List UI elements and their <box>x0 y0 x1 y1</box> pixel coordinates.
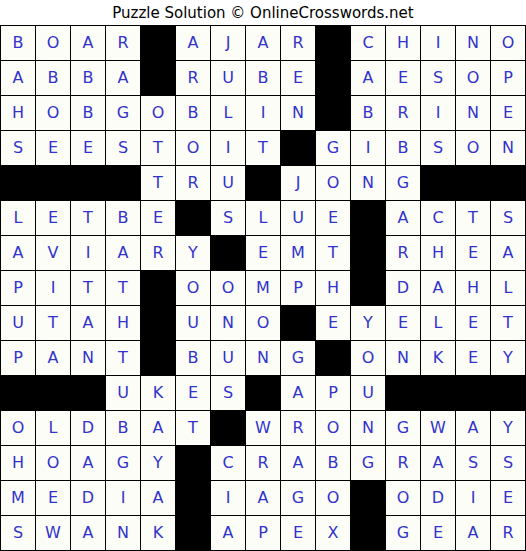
grid-cell: S <box>421 131 455 165</box>
black-cell <box>176 481 210 515</box>
grid-cell: U <box>176 306 210 340</box>
grid-cell: U <box>351 376 385 410</box>
grid-cell: O <box>211 271 245 305</box>
grid-cell: U <box>211 341 245 375</box>
grid-cell: O <box>176 271 210 305</box>
grid-cell: T <box>491 306 525 340</box>
grid-cell: L <box>36 411 70 445</box>
grid-cell: T <box>246 131 280 165</box>
grid-cell: Y <box>491 341 525 375</box>
grid-cell: A <box>281 446 315 480</box>
grid-cell: K <box>141 516 175 550</box>
grid-cell: B <box>316 446 350 480</box>
grid-cell: X <box>316 516 350 550</box>
grid-cell: A <box>141 481 175 515</box>
grid-cell: U <box>106 376 140 410</box>
grid-cell: L <box>211 96 245 130</box>
grid-cell: O <box>176 131 210 165</box>
black-cell <box>351 516 385 550</box>
black-cell <box>176 446 210 480</box>
black-cell <box>36 376 70 410</box>
grid-cell: T <box>106 341 140 375</box>
grid-cell: B <box>176 341 210 375</box>
grid-cell: A <box>1 236 35 270</box>
black-cell <box>421 376 455 410</box>
grid-cell: A <box>71 516 105 550</box>
grid-cell: H <box>386 26 420 60</box>
grid-cell: A <box>36 341 70 375</box>
grid-cell: R <box>246 446 280 480</box>
grid-cell: E <box>456 306 490 340</box>
grid-cell: O <box>456 61 490 95</box>
grid-cell: I <box>71 236 105 270</box>
grid-cell: N <box>351 411 385 445</box>
grid-cell: D <box>71 481 105 515</box>
grid-cell: U <box>211 61 245 95</box>
grid-cell: K <box>421 341 455 375</box>
grid-cell: N <box>456 26 490 60</box>
grid-cell: R <box>176 61 210 95</box>
grid-cell: I <box>36 271 70 305</box>
grid-cell: I <box>106 481 140 515</box>
grid-cell: T <box>36 306 70 340</box>
black-cell <box>491 166 525 200</box>
grid-cell: A <box>421 446 455 480</box>
black-cell <box>176 516 210 550</box>
grid-cell: S <box>456 446 490 480</box>
grid-cell: O <box>316 166 350 200</box>
black-cell <box>36 166 70 200</box>
grid-cell: E <box>281 61 315 95</box>
black-cell <box>351 201 385 235</box>
grid-cell: L <box>1 201 35 235</box>
grid-cell: T <box>141 131 175 165</box>
page-title: Puzzle Solution © OnlineCrosswords.net <box>0 0 526 25</box>
grid-cell: R <box>281 26 315 60</box>
grid-cell: W <box>36 516 70 550</box>
grid-cell: J <box>281 166 315 200</box>
grid-cell: S <box>211 201 245 235</box>
grid-cell: E <box>36 481 70 515</box>
grid-cell: E <box>491 96 525 130</box>
grid-cell: Y <box>141 446 175 480</box>
grid-cell: E <box>491 481 525 515</box>
grid-cell: B <box>71 61 105 95</box>
black-cell <box>246 166 280 200</box>
grid-cell: E <box>36 201 70 235</box>
grid-cell: A <box>1 61 35 95</box>
grid-cell: E <box>316 306 350 340</box>
black-cell <box>386 376 420 410</box>
grid-cell: A <box>456 411 490 445</box>
grid-cell: A <box>281 376 315 410</box>
grid-cell: T <box>71 271 105 305</box>
grid-cell: A <box>141 411 175 445</box>
grid-cell: L <box>246 201 280 235</box>
grid-cell: A <box>456 516 490 550</box>
black-cell <box>211 236 245 270</box>
grid-cell: R <box>106 26 140 60</box>
grid-cell: E <box>246 236 280 270</box>
grid-cell: S <box>1 131 35 165</box>
grid-cell: W <box>421 411 455 445</box>
grid-cell: N <box>106 516 140 550</box>
black-cell <box>421 166 455 200</box>
grid-cell: G <box>281 341 315 375</box>
black-cell <box>141 271 175 305</box>
grid-cell: G <box>351 446 385 480</box>
black-cell <box>71 376 105 410</box>
grid-cell: O <box>456 131 490 165</box>
grid-cell: N <box>491 131 525 165</box>
grid-cell: A <box>176 26 210 60</box>
grid-cell: A <box>491 236 525 270</box>
grid-cell: R <box>386 446 420 480</box>
grid-cell: E <box>281 516 315 550</box>
grid-cell: E <box>71 131 105 165</box>
grid-cell: S <box>491 446 525 480</box>
grid-cell: O <box>141 96 175 130</box>
grid-cell: U <box>1 306 35 340</box>
grid-cell: C <box>211 446 245 480</box>
grid-cell: S <box>421 61 455 95</box>
grid-cell: G <box>386 516 420 550</box>
grid-cell: D <box>421 481 455 515</box>
grid-cell: B <box>71 96 105 130</box>
grid-cell: R <box>491 516 525 550</box>
grid-cell: I <box>246 96 280 130</box>
grid-cell: I <box>211 481 245 515</box>
grid-cell: O <box>351 341 385 375</box>
grid-cell: R <box>281 411 315 445</box>
black-cell <box>1 166 35 200</box>
grid-cell: V <box>36 236 70 270</box>
black-cell <box>141 306 175 340</box>
grid-cell: M <box>246 271 280 305</box>
grid-cell: A <box>246 481 280 515</box>
grid-cell: O <box>36 26 70 60</box>
grid-cell: S <box>491 201 525 235</box>
grid-cell: B <box>351 96 385 130</box>
grid-cell: D <box>386 271 420 305</box>
black-cell <box>141 341 175 375</box>
grid-cell: E <box>456 341 490 375</box>
grid-cell: A <box>386 201 420 235</box>
grid-cell: T <box>141 166 175 200</box>
grid-cell: N <box>281 96 315 130</box>
grid-cell: S <box>211 376 245 410</box>
grid-cell: M <box>1 481 35 515</box>
grid-cell: I <box>456 481 490 515</box>
grid-cell: A <box>106 61 140 95</box>
grid-cell: R <box>386 96 420 130</box>
grid-cell: K <box>141 376 175 410</box>
black-cell <box>456 166 490 200</box>
black-cell <box>141 26 175 60</box>
grid-cell: E <box>176 376 210 410</box>
grid-cell: B <box>176 96 210 130</box>
black-cell <box>316 96 350 130</box>
grid-cell: A <box>211 516 245 550</box>
grid-cell: O <box>386 481 420 515</box>
grid-cell: O <box>1 411 35 445</box>
grid-cell: T <box>316 236 350 270</box>
grid-cell: A <box>71 306 105 340</box>
grid-cell: G <box>386 411 420 445</box>
grid-cell: T <box>106 271 140 305</box>
grid-cell: E <box>421 516 455 550</box>
grid-cell: N <box>456 96 490 130</box>
black-cell <box>456 376 490 410</box>
grid-cell: Y <box>351 306 385 340</box>
grid-cell: E <box>456 236 490 270</box>
grid-cell: P <box>1 341 35 375</box>
grid-cell: Y <box>176 236 210 270</box>
black-cell <box>246 376 280 410</box>
black-cell <box>316 341 350 375</box>
grid-cell: B <box>246 61 280 95</box>
grid-cell: R <box>176 166 210 200</box>
grid-cell: U <box>281 201 315 235</box>
grid-cell: H <box>316 271 350 305</box>
grid-cell: N <box>71 341 105 375</box>
grid-cell: S <box>1 516 35 550</box>
grid-cell: S <box>106 131 140 165</box>
black-cell <box>141 61 175 95</box>
grid-cell: I <box>421 96 455 130</box>
grid-cell: L <box>421 306 455 340</box>
black-cell <box>491 376 525 410</box>
grid-cell: A <box>421 271 455 305</box>
black-cell <box>281 306 315 340</box>
grid-cell: M <box>281 236 315 270</box>
black-cell <box>1 376 35 410</box>
black-cell <box>176 201 210 235</box>
grid-cell: B <box>36 61 70 95</box>
grid-cell: N <box>386 341 420 375</box>
grid-cell: E <box>386 61 420 95</box>
grid-cell: H <box>1 446 35 480</box>
grid-cell: I <box>351 131 385 165</box>
grid-cell: B <box>386 131 420 165</box>
grid-cell: N <box>211 306 245 340</box>
grid-cell: O <box>246 306 280 340</box>
grid-cell: G <box>386 166 420 200</box>
black-cell <box>316 61 350 95</box>
grid-cell: P <box>246 516 280 550</box>
black-cell <box>211 411 245 445</box>
grid-cell: P <box>316 376 350 410</box>
grid-cell: H <box>456 271 490 305</box>
grid-cell: N <box>351 166 385 200</box>
grid-cell: R <box>386 236 420 270</box>
grid-cell: P <box>491 61 525 95</box>
grid-cell: U <box>211 166 245 200</box>
grid-cell: J <box>211 26 245 60</box>
grid-cell: P <box>1 271 35 305</box>
grid-cell: B <box>1 26 35 60</box>
grid-cell: A <box>71 446 105 480</box>
grid-cell: T <box>176 411 210 445</box>
grid-cell: N <box>246 341 280 375</box>
grid-cell: I <box>421 26 455 60</box>
grid-cell: T <box>71 201 105 235</box>
grid-cell: E <box>386 306 420 340</box>
black-cell <box>351 481 385 515</box>
black-cell <box>316 26 350 60</box>
grid-cell: G <box>316 131 350 165</box>
grid-cell: O <box>316 481 350 515</box>
crossword-grid: BOARAJARCHINOABBARUBEAESOPHOBGOBLINBRINE… <box>0 25 526 551</box>
black-cell <box>281 131 315 165</box>
grid-cell: O <box>491 26 525 60</box>
black-cell <box>351 271 385 305</box>
grid-cell: E <box>316 201 350 235</box>
grid-cell: C <box>421 201 455 235</box>
grid-cell: G <box>106 446 140 480</box>
grid-cell: E <box>36 131 70 165</box>
grid-cell: A <box>106 236 140 270</box>
grid-cell: H <box>106 306 140 340</box>
puzzle-page: Puzzle Solution © OnlineCrosswords.net B… <box>0 0 526 551</box>
grid-cell: D <box>71 411 105 445</box>
grid-cell: Y <box>491 411 525 445</box>
grid-cell: A <box>246 26 280 60</box>
black-cell <box>351 236 385 270</box>
grid-cell: G <box>281 481 315 515</box>
grid-cell: C <box>351 26 385 60</box>
grid-cell: W <box>246 411 280 445</box>
grid-cell: G <box>106 96 140 130</box>
grid-cell: R <box>141 236 175 270</box>
grid-cell: H <box>1 96 35 130</box>
black-cell <box>71 166 105 200</box>
grid-cell: O <box>36 96 70 130</box>
grid-cell: B <box>106 201 140 235</box>
grid-cell: A <box>71 26 105 60</box>
black-cell <box>106 166 140 200</box>
grid-cell: P <box>281 271 315 305</box>
grid-cell: B <box>106 411 140 445</box>
grid-cell: L <box>491 271 525 305</box>
grid-cell: O <box>316 411 350 445</box>
grid-cell: I <box>211 131 245 165</box>
grid-cell: T <box>456 201 490 235</box>
grid-cell: O <box>36 446 70 480</box>
grid-cell: A <box>351 61 385 95</box>
grid-cell: H <box>421 236 455 270</box>
grid-cell: E <box>141 201 175 235</box>
